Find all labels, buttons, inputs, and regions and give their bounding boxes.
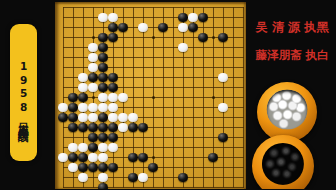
- white-stone: [68, 163, 78, 173]
- black-stone: [218, 33, 228, 43]
- white-stone: [218, 73, 228, 83]
- white-stone: [138, 173, 148, 183]
- white-stone-bowl: [257, 82, 317, 142]
- white-stone: [88, 153, 98, 163]
- white-stones-in-bowl: [267, 89, 308, 130]
- black-stone: [68, 93, 78, 103]
- white-stone: [108, 103, 118, 113]
- black-stone: [98, 73, 108, 83]
- white-stone: [178, 43, 188, 53]
- event-title-banner: 1958日本王座特别战: [10, 24, 37, 161]
- black-stone: [218, 133, 228, 143]
- white-stone: [218, 103, 228, 113]
- black-stone: [158, 23, 168, 33]
- white-stone: [78, 73, 88, 83]
- black-stone: [108, 123, 118, 133]
- black-stone: [98, 123, 108, 133]
- black-stone: [188, 23, 198, 33]
- black-stone: [88, 73, 98, 83]
- black-stone: [98, 33, 108, 43]
- white-stone: [68, 143, 78, 153]
- black-stone: [108, 133, 118, 143]
- white-stone: [88, 53, 98, 63]
- white-stone: [118, 113, 128, 123]
- black-stone: [98, 133, 108, 143]
- black-stone: [108, 163, 118, 173]
- white-stone: [178, 23, 188, 33]
- white-stone: [88, 83, 98, 93]
- white-stone: [98, 13, 108, 23]
- black-stone: [108, 83, 118, 93]
- black-stone: [98, 163, 108, 173]
- black-stone-bowl: [252, 135, 314, 189]
- white-stone: [98, 143, 108, 153]
- black-stone: [128, 173, 138, 183]
- white-stone: [88, 63, 98, 73]
- white-stone: [78, 103, 88, 113]
- star-point: [152, 36, 155, 39]
- white-stone: [108, 93, 118, 103]
- black-stone: [128, 123, 138, 133]
- black-stone: [98, 43, 108, 53]
- black-stone: [78, 93, 88, 103]
- thumbnail-root: { "game": "go", "banner": { "text": "195…: [0, 0, 336, 189]
- star-point: [152, 96, 155, 99]
- white-stone: [118, 123, 128, 133]
- star-point: [212, 96, 215, 99]
- black-stone: [78, 123, 88, 133]
- black-stone: [88, 133, 98, 143]
- white-stone: [98, 153, 108, 163]
- black-stone: [198, 33, 208, 43]
- black-stone: [98, 83, 108, 93]
- black-player-caption: 吴 清 源 执黑: [248, 21, 336, 33]
- white-stone: [78, 173, 88, 183]
- black-stone: [138, 123, 148, 133]
- board-cells: [58, 3, 248, 190]
- black-stone: [78, 163, 88, 173]
- black-stone: [138, 153, 148, 163]
- star-point: [92, 36, 95, 39]
- black-stone: [108, 33, 118, 43]
- black-stone: [98, 53, 108, 63]
- black-stone: [108, 23, 118, 33]
- white-stone: [78, 143, 88, 153]
- white-player-caption: 藤泽朋斋 执白: [248, 50, 336, 62]
- white-stone: [118, 93, 128, 103]
- black-stone: [68, 153, 78, 163]
- white-stone: [58, 153, 68, 163]
- star-point: [212, 36, 215, 39]
- black-stone: [198, 13, 208, 23]
- black-stone: [118, 23, 128, 33]
- white-stone: [188, 13, 198, 23]
- black-stone: [98, 63, 108, 73]
- black-stone: [78, 153, 88, 163]
- black-stone: [68, 123, 78, 133]
- white-stone: [98, 173, 108, 183]
- black-stone: [108, 73, 118, 83]
- white-stone: [58, 103, 68, 113]
- black-stone: [88, 143, 98, 153]
- black-stone: [68, 113, 78, 123]
- white-stone: [88, 103, 98, 113]
- white-stone: [108, 13, 118, 23]
- black-stone: [148, 163, 158, 173]
- black-stone: [68, 103, 78, 113]
- black-stones-in-bowl: [262, 142, 304, 184]
- white-stone: [98, 93, 108, 103]
- black-stone: [88, 123, 98, 133]
- star-point: [152, 156, 155, 159]
- event-title-text: 1958日本王座特别战: [18, 60, 29, 125]
- black-stone: [98, 183, 108, 189]
- black-stone: [208, 153, 218, 163]
- white-stone: [108, 113, 118, 123]
- white-stone: [78, 113, 88, 123]
- black-stone: [98, 113, 108, 123]
- star-point: [92, 96, 95, 99]
- white-stone: [78, 83, 88, 93]
- black-stone: [88, 163, 98, 173]
- white-stone: [128, 113, 138, 123]
- white-stone: [138, 23, 148, 33]
- black-stone: [128, 153, 138, 163]
- white-stone: [88, 113, 98, 123]
- white-stone: [88, 43, 98, 53]
- go-board: [55, 2, 246, 189]
- black-stone: [178, 173, 188, 183]
- black-stone: [58, 113, 68, 123]
- black-stone: [178, 13, 188, 23]
- white-stone: [98, 103, 108, 113]
- white-stone: [108, 143, 118, 153]
